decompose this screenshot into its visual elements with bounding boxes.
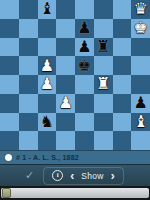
square-e6[interactable]: ♟ [75,38,94,57]
square-f6[interactable]: ♜ [94,38,113,57]
square-h6[interactable] [131,38,150,57]
piece-black-k-e5: ♚ [77,57,91,75]
square-a1[interactable] [0,131,19,150]
square-h7[interactable]: ♚ [131,19,150,38]
piece-black-b-c8: ♝ [40,0,54,18]
square-f7[interactable] [94,19,113,38]
square-b1[interactable] [19,131,38,150]
square-b4[interactable] [19,75,38,94]
square-c6[interactable] [38,38,57,57]
puzzle-caption: # 1 - A. L. S., 1882 [16,154,79,161]
square-d3[interactable]: ♟ [56,94,75,113]
square-h1[interactable] [131,131,150,150]
square-e2[interactable] [75,113,94,132]
square-g5[interactable] [113,56,132,75]
info-button[interactable]: i [52,170,63,181]
seek-handle[interactable] [2,188,11,198]
piece-black-p-e6: ♟ [77,38,91,56]
square-f3[interactable] [94,94,113,113]
side-to-move-indicator [5,154,12,161]
solved-check-button[interactable]: ✓ [25,170,34,181]
show-button[interactable]: Show [81,171,103,181]
square-g3[interactable] [113,94,132,113]
piece-white-q-h8: ♛ [133,0,147,18]
checkmark-icon: ✓ [25,169,34,181]
square-c4[interactable]: ♟ [38,75,57,94]
square-c8[interactable]: ♝ [38,0,57,19]
square-b3[interactable] [19,94,38,113]
square-g4[interactable] [113,75,132,94]
square-a6[interactable] [0,38,19,57]
square-c1[interactable] [38,131,57,150]
square-g6[interactable] [113,38,132,57]
puzzle-info-bar: # 1 - A. L. S., 1882 [0,150,150,164]
piece-black-p-e7: ♟ [77,19,91,37]
seek-bar[interactable] [0,186,150,200]
square-a2[interactable] [0,113,19,132]
square-f2[interactable] [94,113,113,132]
next-button[interactable]: › [111,170,115,182]
square-c3[interactable] [38,94,57,113]
piece-black-n-c2: ♞ [40,113,54,131]
square-e4[interactable] [75,75,94,94]
square-g2[interactable] [113,113,132,132]
square-d7[interactable] [56,19,75,38]
seek-track[interactable] [1,188,149,198]
chevron-right-icon: › [111,169,115,183]
piece-black-p-h3: ♟ [133,94,147,112]
piece-white-p-d3: ♟ [58,94,72,112]
square-h4[interactable] [131,75,150,94]
square-c7[interactable] [38,19,57,38]
square-h2[interactable]: ♝ [131,113,150,132]
prev-button[interactable]: ‹ [70,170,74,182]
square-h3[interactable]: ♟ [131,94,150,113]
square-d6[interactable] [56,38,75,57]
square-d1[interactable] [56,131,75,150]
square-g1[interactable] [113,131,132,150]
square-f4[interactable]: ♜ [94,75,113,94]
piece-white-k-h7: ♚ [133,19,147,37]
square-f8[interactable] [94,0,113,19]
chess-puzzle-app: ♝♛♟♚♟♜♟♚♟♜♟♟♞♝ # 1 - A. L. S., 1882 ✓ i … [0,0,150,200]
piece-white-r-f4: ♜ [96,75,110,93]
square-c2[interactable]: ♞ [38,113,57,132]
piece-white-b-h2: ♝ [133,113,147,131]
square-a4[interactable] [0,75,19,94]
square-e5[interactable]: ♚ [75,56,94,75]
square-e7[interactable]: ♟ [75,19,94,38]
square-f1[interactable] [94,131,113,150]
square-d8[interactable] [56,0,75,19]
square-b6[interactable] [19,38,38,57]
square-b2[interactable] [19,113,38,132]
square-b7[interactable] [19,19,38,38]
square-e3[interactable] [75,94,94,113]
piece-white-p-c4: ♟ [40,75,54,93]
square-d2[interactable] [56,113,75,132]
square-e1[interactable] [75,131,94,150]
square-f5[interactable] [94,56,113,75]
square-d5[interactable] [56,56,75,75]
piece-black-r-f6: ♜ [96,38,110,56]
piece-white-p-c5: ♟ [40,57,54,75]
square-a5[interactable] [0,56,19,75]
toolbar-button-group: i ‹ Show › [43,167,123,185]
square-d4[interactable] [56,75,75,94]
chevron-left-icon: ‹ [70,169,74,183]
square-b8[interactable] [19,0,38,19]
square-b5[interactable] [19,56,38,75]
square-h8[interactable]: ♛ [131,0,150,19]
square-a3[interactable] [0,94,19,113]
chess-board: ♝♛♟♚♟♜♟♚♟♜♟♟♞♝ [0,0,150,150]
square-c5[interactable]: ♟ [38,56,57,75]
info-icon: i [52,170,63,181]
square-a7[interactable] [0,19,19,38]
square-a8[interactable] [0,0,19,19]
square-g8[interactable] [113,0,132,19]
square-g7[interactable] [113,19,132,38]
square-e8[interactable] [75,0,94,19]
toolbar: ✓ i ‹ Show › [0,164,150,186]
square-h5[interactable] [131,56,150,75]
